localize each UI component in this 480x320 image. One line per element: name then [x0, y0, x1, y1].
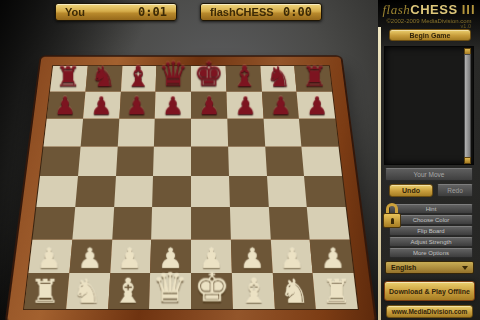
square-c4[interactable]: [114, 176, 154, 207]
piece-white-queen[interactable]: ♛: [152, 268, 188, 308]
square-a1[interactable]: ♜: [24, 273, 69, 309]
scrollbar-track[interactable]: [464, 54, 471, 158]
square-c6[interactable]: [117, 118, 155, 146]
square-h6[interactable]: [299, 118, 338, 146]
sidebar-left-stripe: [378, 27, 381, 320]
board-wood-frame: ♜♞♝♛♚♝♞♜♟♟♟♟♟♟♟♟♟♟♟♟♟♟♟♟♜♞♝♛♚♝♞♜: [7, 57, 375, 320]
square-c3[interactable]: [112, 207, 153, 239]
square-f2[interactable]: ♟: [231, 239, 273, 273]
square-h4[interactable]: [304, 176, 345, 207]
piece-black-pawn[interactable]: ♟: [270, 93, 292, 118]
flashchess-window: ♜♞♝♛♚♝♞♜♟♟♟♟♟♟♟♟♟♟♟♟♟♟♟♟♜♞♝♛♚♝♞♜ You 0:0…: [0, 0, 480, 320]
piece-black-rook[interactable]: ♜: [302, 63, 327, 91]
website-link-button[interactable]: www.MediaDivision.com: [386, 305, 473, 318]
player-clock-time: 0:01: [138, 5, 167, 19]
square-h1[interactable]: ♜: [313, 273, 358, 309]
engine-clock-time: 0:00: [283, 5, 312, 19]
square-f1[interactable]: ♝: [232, 273, 275, 309]
adjust-strength-button[interactable]: Adjust Strength: [389, 237, 473, 247]
square-f5[interactable]: [228, 147, 267, 176]
status-bar: Your Move: [385, 168, 473, 181]
square-h8[interactable]: ♜: [294, 66, 332, 92]
square-e1[interactable]: ♚: [191, 273, 233, 309]
piece-black-pawn[interactable]: ♟: [54, 93, 76, 118]
piece-black-pawn[interactable]: ♟: [126, 93, 148, 118]
square-g8[interactable]: ♞: [260, 66, 297, 92]
square-a3[interactable]: [33, 207, 76, 239]
piece-black-pawn[interactable]: ♟: [306, 93, 328, 118]
square-b7[interactable]: ♟: [83, 92, 121, 119]
square-g1[interactable]: ♞: [272, 273, 316, 309]
square-f3[interactable]: [230, 207, 271, 239]
engine-clock: flashCHESS 0:00: [200, 3, 322, 21]
app-logo: flashCHESS III ©2002-2009 MediaDivision.…: [381, 3, 477, 30]
piece-white-pawn[interactable]: ♟: [321, 244, 346, 272]
piece-black-pawn[interactable]: ♟: [234, 93, 256, 118]
piece-white-pawn[interactable]: ♟: [36, 244, 61, 272]
square-e5[interactable]: [191, 147, 229, 176]
square-d4[interactable]: [152, 176, 191, 207]
piece-black-king[interactable]: ♚: [194, 57, 224, 91]
square-f8[interactable]: ♝: [225, 66, 261, 92]
engine-clock-label: flashCHESS: [210, 6, 274, 18]
square-a5[interactable]: [40, 147, 80, 176]
square-f4[interactable]: [229, 176, 269, 207]
square-g5[interactable]: [265, 147, 304, 176]
square-c8[interactable]: ♝: [120, 66, 156, 92]
begin-game-button[interactable]: Begin Game: [389, 29, 471, 41]
square-c2[interactable]: ♟: [110, 239, 152, 273]
language-select-value: English: [391, 264, 416, 271]
logo-chess: CHESS: [410, 2, 457, 17]
piece-black-pawn[interactable]: ♟: [162, 93, 184, 118]
square-a7[interactable]: ♟: [47, 92, 85, 119]
square-d8[interactable]: ♛: [156, 66, 191, 92]
square-f6[interactable]: [227, 118, 265, 146]
piece-black-rook[interactable]: ♜: [55, 63, 80, 91]
board-scene: ♜♞♝♛♚♝♞♜♟♟♟♟♟♟♟♟♟♟♟♟♟♟♟♟♜♞♝♛♚♝♞♜: [0, 22, 378, 320]
lock-icon: [383, 203, 403, 235]
piece-black-knight[interactable]: ♞: [267, 63, 292, 91]
lock-body: [383, 213, 401, 228]
piece-black-knight[interactable]: ♞: [90, 63, 115, 91]
piece-white-pawn[interactable]: ♟: [118, 244, 143, 272]
square-b5[interactable]: [78, 147, 117, 176]
square-g4[interactable]: [267, 176, 307, 207]
language-select[interactable]: English: [385, 261, 474, 274]
piece-white-pawn[interactable]: ♟: [77, 244, 102, 272]
square-h5[interactable]: [302, 147, 342, 176]
download-offline-button[interactable]: Download & Play Offline: [384, 281, 475, 301]
piece-white-rook[interactable]: ♜: [30, 275, 60, 308]
square-e3[interactable]: [191, 207, 231, 239]
square-b8[interactable]: ♞: [85, 66, 122, 92]
square-e8[interactable]: ♚: [191, 66, 226, 92]
piece-black-pawn[interactable]: ♟: [198, 93, 220, 118]
square-b4[interactable]: [75, 176, 115, 207]
square-e6[interactable]: [191, 118, 228, 146]
chess-board[interactable]: ♜♞♝♛♚♝♞♜♟♟♟♟♟♟♟♟♟♟♟♟♟♟♟♟♜♞♝♛♚♝♞♜: [24, 66, 358, 309]
square-c5[interactable]: [116, 147, 155, 176]
piece-white-bishop[interactable]: ♝: [238, 274, 269, 308]
undo-button[interactable]: Undo: [389, 184, 433, 197]
player-clock-label: You: [65, 6, 85, 18]
move-list-scrollbar[interactable]: [464, 48, 471, 164]
square-d7[interactable]: ♟: [155, 92, 191, 119]
square-d6[interactable]: [154, 118, 191, 146]
square-b6[interactable]: [80, 118, 119, 146]
move-list[interactable]: [384, 46, 474, 165]
piece-white-rook[interactable]: ♜: [322, 275, 352, 308]
piece-white-knight[interactable]: ♞: [280, 275, 310, 308]
square-g3[interactable]: [268, 207, 310, 239]
square-b1[interactable]: ♞: [66, 273, 110, 309]
square-a4[interactable]: [36, 176, 77, 207]
piece-white-king[interactable]: ♚: [194, 268, 230, 308]
scroll-down-icon[interactable]: [464, 157, 471, 164]
square-h2[interactable]: ♟: [310, 239, 354, 273]
square-b2[interactable]: ♟: [69, 239, 112, 273]
square-a8[interactable]: ♜: [50, 66, 88, 92]
square-d3[interactable]: [151, 207, 191, 239]
square-e7[interactable]: ♟: [191, 92, 227, 119]
piece-black-pawn[interactable]: ♟: [90, 93, 112, 118]
square-g2[interactable]: ♟: [270, 239, 313, 273]
piece-black-bishop[interactable]: ♝: [125, 62, 151, 91]
square-h7[interactable]: ♟: [297, 92, 335, 119]
piece-white-bishop[interactable]: ♝: [113, 274, 144, 308]
board-3d: ♜♞♝♛♚♝♞♜♟♟♟♟♟♟♟♟♟♟♟♟♟♟♟♟♜♞♝♛♚♝♞♜: [7, 57, 375, 320]
chevron-down-icon: [462, 266, 468, 270]
piece-black-bishop[interactable]: ♝: [231, 62, 257, 91]
piece-white-pawn[interactable]: ♟: [239, 244, 264, 272]
lock-keyhole: [391, 218, 394, 224]
square-h3[interactable]: [307, 207, 350, 239]
more-options-button[interactable]: More Options: [389, 248, 473, 258]
square-c1[interactable]: ♝: [108, 273, 151, 309]
square-a2[interactable]: ♟: [28, 239, 72, 273]
piece-white-pawn[interactable]: ♟: [280, 244, 305, 272]
logo-flash: flash: [382, 2, 410, 17]
square-g6[interactable]: [263, 118, 302, 146]
square-d5[interactable]: [153, 147, 191, 176]
square-f7[interactable]: ♟: [226, 92, 263, 119]
piece-white-knight[interactable]: ♞: [72, 275, 102, 308]
square-b3[interactable]: [72, 207, 114, 239]
square-c7[interactable]: ♟: [119, 92, 156, 119]
piece-black-queen[interactable]: ♛: [158, 57, 188, 91]
player-clock: You 0:01: [55, 3, 177, 21]
square-g7[interactable]: ♟: [261, 92, 299, 119]
redo-button[interactable]: Redo: [437, 184, 473, 197]
square-e4[interactable]: [191, 176, 230, 207]
square-a6[interactable]: [43, 118, 82, 146]
logo-numeral: III: [462, 2, 476, 17]
square-d1[interactable]: ♛: [149, 273, 191, 309]
